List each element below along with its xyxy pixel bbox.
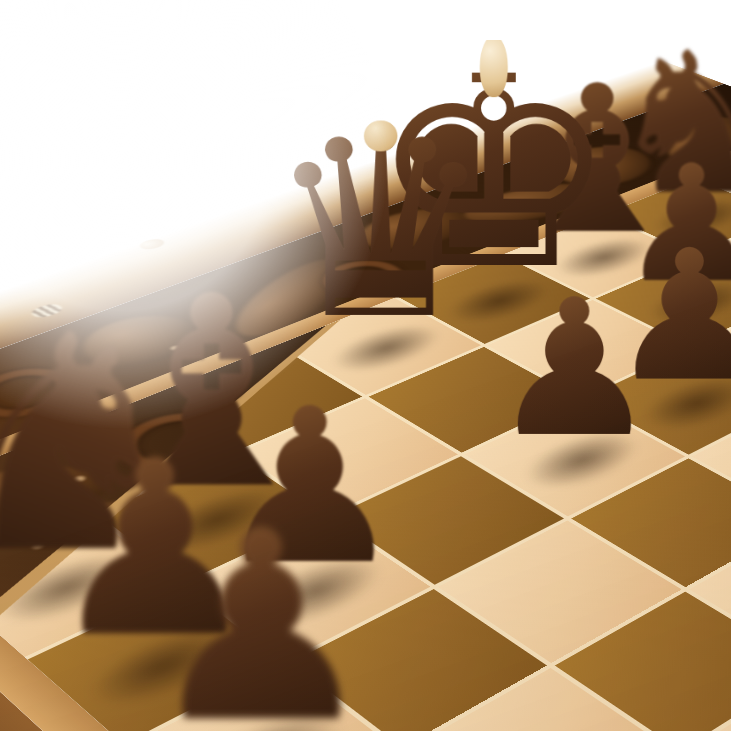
pawn-glyph: ♟ (144, 507, 380, 731)
piece-dark-pawn-a5: ♟ (144, 507, 380, 731)
square-a5: ♟ (126, 665, 396, 731)
queen-cream-ball (364, 121, 397, 152)
chess-photo-scene: ♛♚♝♞♞♝♟♟♟♟♟♟ Close-up product photo of a… (0, 0, 731, 731)
wooden-chess-box: ♛♚♝♞♞♝♟♟♟♟♟♟ (0, 61, 731, 731)
pawn-glyph: ♟ (490, 282, 659, 456)
piece-dark-pawn-d6: ♟ (490, 282, 659, 456)
